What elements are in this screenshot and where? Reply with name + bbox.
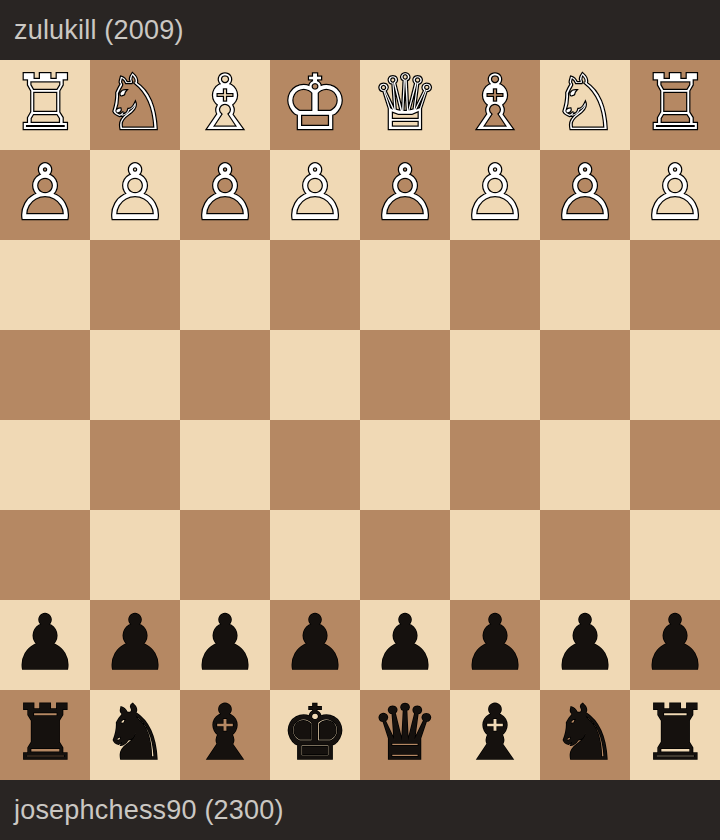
square-d1[interactable]: ♕ [360,60,450,150]
square-a6[interactable] [630,510,720,600]
square-g8[interactable]: ♞ [90,690,180,780]
square-d4[interactable] [360,330,450,420]
square-h3[interactable] [0,240,90,330]
square-d8[interactable]: ♛ [360,690,450,780]
square-a4[interactable] [630,330,720,420]
piece-black-pawn[interactable]: ♟ [101,605,169,681]
square-e6[interactable] [270,510,360,600]
square-h1[interactable]: ♖ [0,60,90,150]
piece-black-queen[interactable]: ♛ [371,695,439,771]
square-d2[interactable]: ♙ [360,150,450,240]
piece-black-king[interactable]: ♚ [281,695,349,771]
square-f4[interactable] [180,330,270,420]
square-h7[interactable]: ♟ [0,600,90,690]
piece-white-bishop[interactable]: ♗ [191,65,259,141]
square-e8[interactable]: ♚ [270,690,360,780]
square-e5[interactable] [270,420,360,510]
square-g1[interactable]: ♘ [90,60,180,150]
square-a5[interactable] [630,420,720,510]
square-a8[interactable]: ♜ [630,690,720,780]
square-h6[interactable] [0,510,90,600]
square-b5[interactable] [540,420,630,510]
piece-white-pawn[interactable]: ♙ [11,155,79,231]
square-f3[interactable] [180,240,270,330]
square-e7[interactable]: ♟ [270,600,360,690]
piece-black-pawn[interactable]: ♟ [461,605,529,681]
piece-black-pawn[interactable]: ♟ [641,605,709,681]
square-a1[interactable]: ♖ [630,60,720,150]
square-a3[interactable] [630,240,720,330]
piece-white-king[interactable]: ♔ [281,65,349,141]
piece-white-pawn[interactable]: ♙ [191,155,259,231]
square-b8[interactable]: ♞ [540,690,630,780]
player-name-bottom: josephchess90 (2300) [14,797,284,824]
piece-white-pawn[interactable]: ♙ [101,155,169,231]
piece-black-pawn[interactable]: ♟ [551,605,619,681]
square-a2[interactable]: ♙ [630,150,720,240]
square-g4[interactable] [90,330,180,420]
piece-black-bishop[interactable]: ♝ [461,695,529,771]
square-f5[interactable] [180,420,270,510]
square-b2[interactable]: ♙ [540,150,630,240]
square-f8[interactable]: ♝ [180,690,270,780]
chess-game-window: zulukill (2009) ♖♘♗♔♕♗♘♖♙♙♙♙♙♙♙♙♟♟♟♟♟♟♟♟… [0,0,720,840]
square-g7[interactable]: ♟ [90,600,180,690]
piece-black-pawn[interactable]: ♟ [371,605,439,681]
square-c6[interactable] [450,510,540,600]
chess-board: ♖♘♗♔♕♗♘♖♙♙♙♙♙♙♙♙♟♟♟♟♟♟♟♟♜♞♝♚♛♝♞♜ [0,60,720,780]
square-g5[interactable] [90,420,180,510]
piece-black-rook[interactable]: ♜ [11,695,79,771]
piece-black-pawn[interactable]: ♟ [191,605,259,681]
player-bar-top: zulukill (2009) [0,0,720,60]
square-h5[interactable] [0,420,90,510]
square-d3[interactable] [360,240,450,330]
player-name-top: zulukill (2009) [14,17,184,44]
square-h4[interactable] [0,330,90,420]
square-h2[interactable]: ♙ [0,150,90,240]
square-e1[interactable]: ♔ [270,60,360,150]
piece-white-pawn[interactable]: ♙ [551,155,619,231]
piece-black-pawn[interactable]: ♟ [281,605,349,681]
square-f7[interactable]: ♟ [180,600,270,690]
square-f1[interactable]: ♗ [180,60,270,150]
piece-white-knight[interactable]: ♘ [101,65,169,141]
square-f6[interactable] [180,510,270,600]
square-g2[interactable]: ♙ [90,150,180,240]
square-e2[interactable]: ♙ [270,150,360,240]
square-c2[interactable]: ♙ [450,150,540,240]
piece-black-knight[interactable]: ♞ [551,695,619,771]
piece-black-pawn[interactable]: ♟ [11,605,79,681]
square-c5[interactable] [450,420,540,510]
piece-white-bishop[interactable]: ♗ [461,65,529,141]
square-g6[interactable] [90,510,180,600]
square-c8[interactable]: ♝ [450,690,540,780]
piece-white-rook[interactable]: ♖ [641,65,709,141]
piece-white-queen[interactable]: ♕ [371,65,439,141]
piece-white-rook[interactable]: ♖ [11,65,79,141]
square-g3[interactable] [90,240,180,330]
square-e4[interactable] [270,330,360,420]
piece-white-pawn[interactable]: ♙ [461,155,529,231]
square-d7[interactable]: ♟ [360,600,450,690]
piece-white-knight[interactable]: ♘ [551,65,619,141]
square-f2[interactable]: ♙ [180,150,270,240]
piece-white-pawn[interactable]: ♙ [281,155,349,231]
square-a7[interactable]: ♟ [630,600,720,690]
square-d5[interactable] [360,420,450,510]
square-b4[interactable] [540,330,630,420]
piece-white-pawn[interactable]: ♙ [371,155,439,231]
square-b1[interactable]: ♘ [540,60,630,150]
piece-white-pawn[interactable]: ♙ [641,155,709,231]
square-c3[interactable] [450,240,540,330]
square-c7[interactable]: ♟ [450,600,540,690]
square-h8[interactable]: ♜ [0,690,90,780]
square-d6[interactable] [360,510,450,600]
square-e3[interactable] [270,240,360,330]
piece-black-knight[interactable]: ♞ [101,695,169,771]
player-bar-bottom: josephchess90 (2300) [0,780,720,840]
square-c1[interactable]: ♗ [450,60,540,150]
square-b6[interactable] [540,510,630,600]
piece-black-bishop[interactable]: ♝ [191,695,259,771]
square-c4[interactable] [450,330,540,420]
square-b3[interactable] [540,240,630,330]
square-b7[interactable]: ♟ [540,600,630,690]
piece-black-rook[interactable]: ♜ [641,695,709,771]
